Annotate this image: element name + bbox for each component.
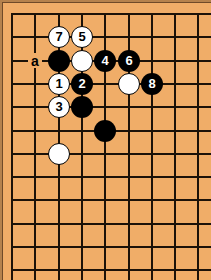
grid-line-vertical (151, 13, 153, 280)
stone-black-move-8: 8 (141, 73, 163, 95)
stone-black-move-4: 4 (94, 50, 116, 72)
stone-black-move-6: 6 (118, 50, 140, 72)
grid-line-horizontal (11, 36, 211, 38)
go-board: a75461283 (3, 3, 211, 280)
stone-black (94, 120, 116, 142)
stone-white-move-7: 7 (48, 26, 70, 48)
stone-white-move-3: 3 (48, 96, 70, 118)
grid-line-horizontal (11, 223, 211, 225)
grid-line-horizontal (11, 13, 211, 15)
grid-line-vertical (197, 13, 199, 280)
stone-white (48, 143, 70, 165)
stone-white-move-5: 5 (71, 26, 93, 48)
point-label-a: a (28, 53, 42, 68)
board-frame: a75461283 (0, 0, 211, 280)
grid-line-horizontal (11, 106, 211, 108)
grid-line-vertical (174, 13, 176, 280)
stone-white (118, 73, 140, 95)
grid-line-horizontal (11, 153, 211, 155)
grid-line-horizontal (11, 246, 211, 248)
stone-white-move-1: 1 (48, 73, 70, 95)
stone-white (71, 50, 93, 72)
grid-line-horizontal (11, 269, 211, 271)
stone-black (48, 50, 70, 72)
grid-line-horizontal (11, 199, 211, 201)
grid-line-horizontal (11, 83, 211, 85)
grid-line-horizontal (11, 176, 211, 178)
stone-black-move-2: 2 (71, 73, 93, 95)
board-frame-inner-edge: a75461283 (2, 2, 211, 280)
stone-black (71, 96, 93, 118)
grid-line-vertical (11, 13, 13, 280)
